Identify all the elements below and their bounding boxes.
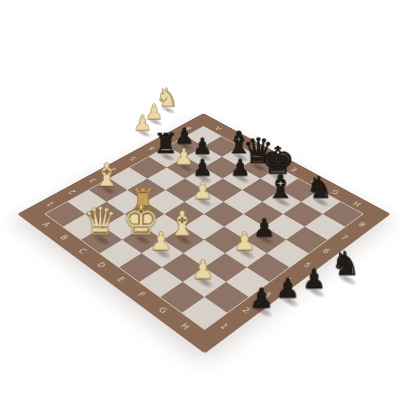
piece-white-pawn-g2: ♟ xyxy=(177,257,230,283)
scene: AABBCCDDEEFFGGHH1122334455667788♚♛♝♞♟♟♟♝… xyxy=(0,0,400,400)
piece-white-pawn-g4: ♟ xyxy=(219,229,270,254)
piece-white-pawn-d5: ♟ xyxy=(179,179,226,203)
product-photo-canvas: AABBCCDDEEFFGGHH1122334455667788♚♛♝♞♟♟♟♝… xyxy=(0,0,400,400)
board-plane: AABBCCDDEEFFGGHH1122334455667788♚♛♝♞♟♟♟♝… xyxy=(17,113,390,353)
piece-black-pawn-c6: ♟ xyxy=(180,157,226,180)
captured-black-pawn-1: ♟ xyxy=(234,285,288,312)
piece-white-pawn-e2: ♟ xyxy=(136,229,187,254)
piece-white-queen-c1: ♛ xyxy=(75,202,125,240)
piece-black-bishop-f7: ♝ xyxy=(257,170,304,202)
